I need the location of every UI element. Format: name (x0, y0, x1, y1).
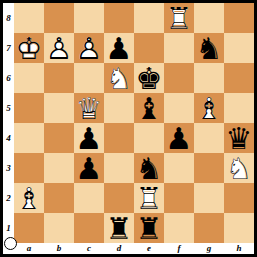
rank-label-3: 3 (3, 153, 14, 183)
square-b3[interactable] (44, 153, 74, 183)
file-label-a: a (14, 243, 44, 254)
piece-outline-glyph: ♙ (44, 33, 74, 63)
file-label-b: b (44, 243, 74, 254)
square-c6[interactable] (74, 63, 104, 93)
square-e8[interactable] (134, 3, 164, 33)
square-b2[interactable] (44, 183, 74, 213)
piece-outline-glyph: ♖ (134, 183, 164, 213)
black-knight[interactable]: ♞ (194, 33, 224, 63)
rank-labels: 87654321 (3, 3, 14, 243)
square-c3[interactable]: ♟ (74, 153, 104, 183)
piece-fill-glyph: ♝ (134, 93, 164, 123)
square-g4[interactable] (194, 123, 224, 153)
file-labels: abcdefgh (14, 243, 254, 254)
rank-label-8: 8 (3, 3, 14, 33)
square-h2[interactable] (224, 183, 254, 213)
square-g6[interactable] (194, 63, 224, 93)
square-c8[interactable] (74, 3, 104, 33)
square-f2[interactable] (164, 183, 194, 213)
square-a7[interactable]: ♚♔ (14, 33, 44, 63)
black-rook[interactable]: ♜ (134, 213, 164, 243)
square-c4[interactable]: ♟ (74, 123, 104, 153)
square-h5[interactable] (224, 93, 254, 123)
square-a1[interactable] (14, 213, 44, 243)
square-b5[interactable] (44, 93, 74, 123)
square-a2[interactable]: ♝♗ (14, 183, 44, 213)
square-g1[interactable] (194, 213, 224, 243)
square-b7[interactable]: ♟♙ (44, 33, 74, 63)
square-d5[interactable] (104, 93, 134, 123)
white-queen[interactable]: ♛♕ (74, 93, 104, 123)
white-knight[interactable]: ♞♘ (104, 63, 134, 93)
square-d4[interactable] (104, 123, 134, 153)
square-e7[interactable] (134, 33, 164, 63)
square-e5[interactable]: ♝ (134, 93, 164, 123)
piece-fill-glyph: ♟ (104, 33, 134, 63)
white-pawn[interactable]: ♟♙ (44, 33, 74, 63)
piece-fill-glyph: ♜ (104, 213, 134, 243)
square-d8[interactable] (104, 3, 134, 33)
square-b8[interactable] (44, 3, 74, 33)
square-a8[interactable] (14, 3, 44, 33)
square-h6[interactable] (224, 63, 254, 93)
file-label-e: e (134, 243, 164, 254)
piece-fill-glyph: ♞ (194, 33, 224, 63)
piece-fill-glyph: ♛ (224, 123, 254, 153)
square-a6[interactable] (14, 63, 44, 93)
square-h4[interactable]: ♛ (224, 123, 254, 153)
square-f5[interactable] (164, 93, 194, 123)
piece-outline-glyph: ♖ (164, 3, 194, 33)
square-h1[interactable] (224, 213, 254, 243)
white-bishop[interactable]: ♝♗ (194, 93, 224, 123)
piece-outline-glyph: ♔ (14, 33, 44, 63)
square-h8[interactable] (224, 3, 254, 33)
square-f1[interactable] (164, 213, 194, 243)
square-f3[interactable] (164, 153, 194, 183)
piece-outline-glyph: ♘ (104, 63, 134, 93)
square-h7[interactable] (224, 33, 254, 63)
white-king[interactable]: ♚♔ (14, 33, 44, 63)
piece-fill-glyph: ♚ (134, 63, 164, 93)
rank-label-7: 7 (3, 33, 14, 63)
file-label-h: h (224, 243, 254, 254)
square-e1[interactable]: ♜ (134, 213, 164, 243)
square-e4[interactable] (134, 123, 164, 153)
square-a5[interactable] (14, 93, 44, 123)
square-b6[interactable] (44, 63, 74, 93)
piece-outline-glyph: ♙ (74, 33, 104, 63)
square-h3[interactable]: ♞♘ (224, 153, 254, 183)
white-rook[interactable]: ♜♖ (134, 183, 164, 213)
rank-label-4: 4 (3, 123, 14, 153)
black-pawn[interactable]: ♟ (164, 123, 194, 153)
piece-fill-glyph: ♞ (134, 153, 164, 183)
square-c1[interactable] (74, 213, 104, 243)
piece-outline-glyph: ♘ (224, 153, 254, 183)
square-c2[interactable] (74, 183, 104, 213)
square-a4[interactable] (14, 123, 44, 153)
black-bishop[interactable]: ♝ (134, 93, 164, 123)
square-f4[interactable]: ♟ (164, 123, 194, 153)
piece-fill-glyph: ♟ (74, 123, 104, 153)
file-label-c: c (74, 243, 104, 254)
white-rook[interactable]: ♜♖ (164, 3, 194, 33)
black-pawn[interactable]: ♟ (104, 33, 134, 63)
square-e6[interactable]: ♚ (134, 63, 164, 93)
square-d7[interactable]: ♟ (104, 33, 134, 63)
white-bishop[interactable]: ♝♗ (14, 183, 44, 213)
square-f7[interactable] (164, 33, 194, 63)
white-knight[interactable]: ♞♘ (224, 153, 254, 183)
square-g8[interactable] (194, 3, 224, 33)
piece-outline-glyph: ♗ (194, 93, 224, 123)
piece-fill-glyph: ♟ (74, 153, 104, 183)
square-g7[interactable]: ♞ (194, 33, 224, 63)
rank-label-6: 6 (3, 63, 14, 93)
square-d3[interactable] (104, 153, 134, 183)
black-knight[interactable]: ♞ (134, 153, 164, 183)
piece-fill-glyph: ♟ (164, 123, 194, 153)
square-c7[interactable]: ♟♙ (74, 33, 104, 63)
black-king[interactable]: ♚ (134, 63, 164, 93)
white-pawn[interactable]: ♟♙ (74, 33, 104, 63)
square-d2[interactable] (104, 183, 134, 213)
square-c5[interactable]: ♛♕ (74, 93, 104, 123)
square-d1[interactable]: ♜ (104, 213, 134, 243)
black-rook[interactable]: ♜ (104, 213, 134, 243)
rank-label-5: 5 (3, 93, 14, 123)
piece-outline-glyph: ♗ (14, 183, 44, 213)
chess-board[interactable]: ♜♖♚♔♟♙♟♙♟♞♞♘♚♛♕♝♝♗♟♟♛♟♞♞♘♝♗♜♖♜♜ (14, 3, 254, 243)
rank-label-2: 2 (3, 183, 14, 213)
square-g2[interactable] (194, 183, 224, 213)
square-e2[interactable]: ♜♖ (134, 183, 164, 213)
square-a3[interactable] (14, 153, 44, 183)
white-to-move-indicator (4, 237, 17, 250)
black-pawn[interactable]: ♟ (74, 123, 104, 153)
square-g5[interactable]: ♝♗ (194, 93, 224, 123)
file-label-d: d (104, 243, 134, 254)
square-g3[interactable] (194, 153, 224, 183)
black-pawn[interactable]: ♟ (74, 153, 104, 183)
piece-outline-glyph: ♕ (74, 93, 104, 123)
square-b4[interactable] (44, 123, 74, 153)
chessboard-frame: 87654321 ♜♖♚♔♟♙♟♙♟♞♞♘♚♛♕♝♝♗♟♟♛♟♞♞♘♝♗♜♖♜♜… (0, 0, 257, 257)
black-queen[interactable]: ♛ (224, 123, 254, 153)
file-label-f: f (164, 243, 194, 254)
square-d6[interactable]: ♞♘ (104, 63, 134, 93)
square-f6[interactable] (164, 63, 194, 93)
piece-fill-glyph: ♜ (134, 213, 164, 243)
file-label-g: g (194, 243, 224, 254)
square-e3[interactable]: ♞ (134, 153, 164, 183)
square-b1[interactable] (44, 213, 74, 243)
square-f8[interactable]: ♜♖ (164, 3, 194, 33)
